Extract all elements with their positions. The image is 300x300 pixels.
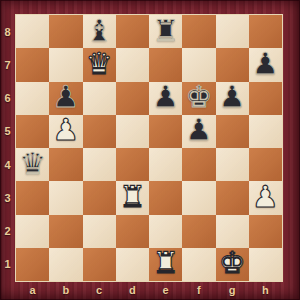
square-h7[interactable]: ♟ — [249, 48, 282, 81]
file-label-d: d — [116, 281, 149, 299]
square-c8[interactable]: ♝ — [83, 15, 116, 48]
square-e5[interactable] — [149, 115, 182, 148]
square-d7[interactable] — [116, 48, 149, 81]
square-e1[interactable]: ♜ — [149, 248, 182, 281]
square-c4[interactable] — [83, 148, 116, 181]
black-rook-e8[interactable]: ♜ — [152, 16, 179, 46]
square-h5[interactable] — [249, 115, 282, 148]
board-grid: ♝♜♛♟♟♟♚♟♟♟♛♜♟♜♚ — [15, 14, 283, 282]
rank-label-6: 6 — [0, 82, 15, 115]
file-label-e: e — [149, 281, 182, 299]
square-g3[interactable] — [216, 181, 249, 214]
file-label-b: b — [49, 281, 82, 299]
black-pawn-e6[interactable]: ♟ — [152, 82, 179, 112]
square-e7[interactable] — [149, 48, 182, 81]
square-a4[interactable]: ♛ — [16, 148, 49, 181]
black-queen-a4[interactable]: ♛ — [19, 149, 46, 179]
square-h2[interactable] — [249, 215, 282, 248]
rank-labels: 87654321 — [0, 15, 15, 281]
square-h4[interactable] — [249, 148, 282, 181]
white-king-g1[interactable]: ♚ — [219, 248, 246, 278]
square-a1[interactable] — [16, 248, 49, 281]
square-f1[interactable] — [182, 248, 215, 281]
square-a3[interactable] — [16, 181, 49, 214]
square-e8[interactable]: ♜ — [149, 15, 182, 48]
square-f2[interactable] — [182, 215, 215, 248]
square-a2[interactable] — [16, 215, 49, 248]
file-label-a: a — [16, 281, 49, 299]
black-pawn-g6[interactable]: ♟ — [219, 82, 246, 112]
square-a5[interactable] — [16, 115, 49, 148]
rank-label-3: 3 — [0, 181, 15, 214]
file-label-f: f — [182, 281, 215, 299]
black-bishop-c8[interactable]: ♝ — [86, 16, 113, 46]
chess-diagram: 87654321 ♝♜♛♟♟♟♚♟♟♟♛♜♟♜♚ abcdefgh — [0, 0, 300, 300]
square-b4[interactable] — [49, 148, 82, 181]
square-e6[interactable]: ♟ — [149, 82, 182, 115]
square-b5[interactable]: ♟ — [49, 115, 82, 148]
square-d3[interactable]: ♜ — [116, 181, 149, 214]
square-g6[interactable]: ♟ — [216, 82, 249, 115]
rank-label-1: 1 — [0, 248, 15, 281]
square-e2[interactable] — [149, 215, 182, 248]
rank-label-8: 8 — [0, 15, 15, 48]
square-h1[interactable] — [249, 248, 282, 281]
square-h8[interactable] — [249, 15, 282, 48]
square-c1[interactable] — [83, 248, 116, 281]
square-b2[interactable] — [49, 215, 82, 248]
square-h3[interactable]: ♟ — [249, 181, 282, 214]
white-pawn-b5[interactable]: ♟ — [52, 115, 79, 145]
square-b8[interactable] — [49, 15, 82, 48]
square-d2[interactable] — [116, 215, 149, 248]
square-h6[interactable] — [249, 82, 282, 115]
square-f3[interactable] — [182, 181, 215, 214]
square-g2[interactable] — [216, 215, 249, 248]
square-b1[interactable] — [49, 248, 82, 281]
square-b3[interactable] — [49, 181, 82, 214]
black-pawn-f5[interactable]: ♟ — [185, 115, 212, 145]
rank-label-7: 7 — [0, 48, 15, 81]
square-d4[interactable] — [116, 148, 149, 181]
square-g8[interactable] — [216, 15, 249, 48]
square-c5[interactable] — [83, 115, 116, 148]
white-queen-c7[interactable]: ♛ — [86, 49, 113, 79]
square-a8[interactable] — [16, 15, 49, 48]
file-labels: abcdefgh — [16, 281, 282, 299]
black-king-f6[interactable]: ♚ — [185, 82, 212, 112]
file-label-c: c — [83, 281, 116, 299]
square-f4[interactable] — [182, 148, 215, 181]
square-e4[interactable] — [149, 148, 182, 181]
file-label-h: h — [249, 281, 282, 299]
square-f5[interactable]: ♟ — [182, 115, 215, 148]
square-a6[interactable] — [16, 82, 49, 115]
black-pawn-h7[interactable]: ♟ — [252, 49, 279, 79]
square-f6[interactable]: ♚ — [182, 82, 215, 115]
square-d8[interactable] — [116, 15, 149, 48]
square-b6[interactable]: ♟ — [49, 82, 82, 115]
white-rook-d3[interactable]: ♜ — [119, 182, 146, 212]
square-g1[interactable]: ♚ — [216, 248, 249, 281]
rank-label-5: 5 — [0, 115, 15, 148]
white-pawn-h3[interactable]: ♟ — [252, 182, 279, 212]
square-d5[interactable] — [116, 115, 149, 148]
square-d6[interactable] — [116, 82, 149, 115]
square-f7[interactable] — [182, 48, 215, 81]
rank-label-2: 2 — [0, 215, 15, 248]
square-d1[interactable] — [116, 248, 149, 281]
square-c6[interactable] — [83, 82, 116, 115]
rank-label-4: 4 — [0, 148, 15, 181]
square-f8[interactable] — [182, 15, 215, 48]
white-rook-e1[interactable]: ♜ — [152, 248, 179, 278]
file-label-g: g — [216, 281, 249, 299]
square-e3[interactable] — [149, 181, 182, 214]
square-a7[interactable] — [16, 48, 49, 81]
black-pawn-b6[interactable]: ♟ — [52, 82, 79, 112]
square-g5[interactable] — [216, 115, 249, 148]
square-g7[interactable] — [216, 48, 249, 81]
square-g4[interactable] — [216, 148, 249, 181]
square-c2[interactable] — [83, 215, 116, 248]
square-b7[interactable] — [49, 48, 82, 81]
square-c7[interactable]: ♛ — [83, 48, 116, 81]
square-c3[interactable] — [83, 181, 116, 214]
